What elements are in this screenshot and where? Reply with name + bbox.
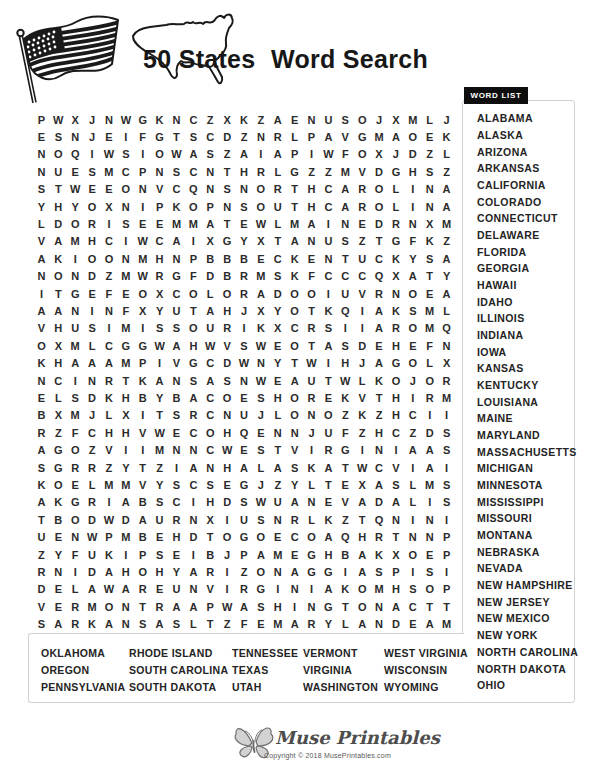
grid-letter-r10c2: O (50, 268, 67, 285)
grid-letter-r24c12: I (219, 511, 236, 528)
grid-letter-r24c6: D (117, 511, 134, 528)
grid-letter-r9c9: N (168, 250, 185, 267)
grid-letter-r6c3: Y (67, 198, 84, 215)
grid-letter-r3c9: W (168, 146, 185, 163)
grid-letter-r16c13: N (236, 372, 253, 389)
grid-letter-r21c21: C (371, 459, 388, 476)
grid-letter-r14c17: T (303, 337, 320, 354)
grid-letter-r6c15: U (269, 198, 286, 215)
grid-letter-r14c8: W (151, 337, 168, 354)
grid-letter-r1c24: L (421, 111, 438, 128)
grid-letter-r4c13: H (236, 163, 253, 180)
grid-letter-r12c8: Y (151, 302, 168, 319)
grid-letter-r22c4: L (84, 476, 101, 493)
grid-letter-r20c13: E (236, 442, 253, 459)
grid-letter-r6c7: I (134, 198, 151, 215)
grid-letter-r23c15: U (269, 494, 286, 511)
grid-letter-r16c6: T (117, 372, 134, 389)
grid-letter-r27c19: I (337, 563, 354, 580)
grid-letter-r29c21: N (371, 598, 388, 615)
grid-letter-r17c11: C (202, 389, 219, 406)
grid-letter-r11c20: V (354, 285, 371, 302)
grid-letter-r18c11: C (202, 407, 219, 424)
grid-letter-r30c25: M (438, 616, 455, 633)
grid-letter-r12c13: J (236, 302, 253, 319)
grid-letter-r18c8: T (151, 407, 168, 424)
grid-letter-r22c17: L (303, 476, 320, 493)
grid-letter-r15c17: W (303, 355, 320, 372)
grid-letter-r15c19: H (337, 355, 354, 372)
grid-letter-r29c13: A (236, 598, 253, 615)
grid-letter-r16c9: N (168, 372, 185, 389)
grid-letter-r16c1: N (33, 372, 50, 389)
grid-letter-r24c20: T (354, 511, 371, 528)
grid-letter-r4c23: H (404, 163, 421, 180)
grid-letter-r6c18: C (320, 198, 337, 215)
grid-letter-r16c15: E (269, 372, 286, 389)
grid-letter-r22c19: E (337, 476, 354, 493)
grid-letter-r11c15: D (269, 285, 286, 302)
grid-letter-r20c21: N (371, 442, 388, 459)
grid-letter-r22c15: Z (269, 476, 286, 493)
grid-letter-r22c7: V (134, 476, 151, 493)
grid-letter-r22c2: O (50, 476, 67, 493)
grid-letter-r7c23: N (404, 215, 421, 232)
page-title-part2: Word Search (271, 45, 428, 74)
grid-letter-r9c23: Y (404, 250, 421, 267)
grid-letter-r1c8: K (151, 111, 168, 128)
grid-letter-r7c24: X (421, 215, 438, 232)
grid-letter-r28c21: M (371, 581, 388, 598)
grid-letter-r26c23: O (404, 546, 421, 563)
grid-letter-r17c24: R (421, 389, 438, 406)
grid-letter-r7c19: N (337, 215, 354, 232)
word-list-item: IOWA (477, 343, 574, 360)
grid-letter-r17c10: A (185, 389, 202, 406)
grid-letter-r22c14: J (252, 476, 269, 493)
grid-letter-r1c16: E (286, 111, 303, 128)
grid-letter-r17c9: B (168, 389, 185, 406)
grid-letter-r22c23: L (404, 476, 421, 493)
grid-letter-r6c12: N (219, 198, 236, 215)
grid-letter-r23c16: A (286, 494, 303, 511)
grid-letter-r12c2: A (50, 302, 67, 319)
grid-letter-r6c6: N (117, 198, 134, 215)
grid-letter-r17c12: O (219, 389, 236, 406)
grid-letter-r12c10: T (185, 302, 202, 319)
grid-letter-r5c2: T (50, 181, 67, 198)
word-list-item: NEW MEXICO (477, 610, 574, 627)
grid-letter-r29c15: H (269, 598, 286, 615)
grid-letter-r11c13: R (236, 285, 253, 302)
grid-letter-r10c23: A (404, 268, 421, 285)
grid-letter-r3c12: Z (219, 146, 236, 163)
grid-letter-r10c3: N (67, 268, 84, 285)
grid-letter-r3c20: O (354, 146, 371, 163)
grid-letter-r5c17: H (303, 181, 320, 198)
bottom-word-column: TENNESSEETEXASUTAH (232, 644, 298, 695)
grid-letter-r25c24: N (421, 529, 438, 546)
grid-letter-r10c16: K (286, 268, 303, 285)
grid-letter-r6c14: O (252, 198, 269, 215)
grid-letter-r1c25: J (438, 111, 455, 128)
grid-letter-r16c17: U (303, 372, 320, 389)
grid-letter-r9c6: N (117, 250, 134, 267)
grid-letter-r19c3: F (67, 424, 84, 441)
grid-letter-r17c3: S (67, 389, 84, 406)
grid-letter-r27c25: I (438, 563, 455, 580)
grid-letter-r13c20: I (354, 320, 371, 337)
grid-letter-r21c15: A (269, 459, 286, 476)
grid-letter-r10c8: R (151, 268, 168, 285)
grid-letter-r25c8: E (151, 529, 168, 546)
grid-letter-r10c7: W (134, 268, 151, 285)
grid-letter-r25c7: B (134, 529, 151, 546)
grid-letter-r14c3: M (67, 337, 84, 354)
grid-letter-r27c15: N (269, 563, 286, 580)
grid-letter-r7c14: W (252, 215, 269, 232)
grid-letter-r17c18: E (320, 389, 337, 406)
grid-letter-r27c23: I (404, 563, 421, 580)
grid-letter-r7c4: R (84, 215, 101, 232)
grid-letter-r14c15: E (269, 337, 286, 354)
word-list-item: CONNECTICUT (477, 210, 574, 227)
grid-letter-r10c20: C (354, 268, 371, 285)
grid-letter-r2c14: N (252, 128, 269, 145)
grid-letter-r5c12: S (219, 181, 236, 198)
grid-letter-r23c2: K (50, 494, 67, 511)
grid-letter-r24c14: S (252, 511, 269, 528)
grid-letter-r26c1: Z (33, 546, 50, 563)
grid-letter-r26c6: I (117, 546, 134, 563)
grid-letter-r1c4: J (84, 111, 101, 128)
grid-letter-r28c20: O (354, 581, 371, 598)
grid-letter-r28c18: A (320, 581, 337, 598)
grid-letter-r4c1: N (33, 163, 50, 180)
grid-letter-r29c5: O (101, 598, 118, 615)
grid-letter-r18c15: L (269, 407, 286, 424)
grid-letter-r4c10: C (185, 163, 202, 180)
grid-letter-r15c12: D (219, 355, 236, 372)
grid-letter-r4c21: D (371, 163, 388, 180)
grid-letter-r16c14: W (252, 372, 269, 389)
grid-letter-r8c22: G (387, 233, 404, 250)
grid-letter-r29c17: N (303, 598, 320, 615)
grid-letter-r8c20: Z (354, 233, 371, 250)
grid-letter-r15c5: A (101, 355, 118, 372)
grid-letter-r16c4: N (84, 372, 101, 389)
grid-letter-r5c5: E (101, 181, 118, 198)
word-list-item: RHODE ISLAND (129, 644, 228, 661)
grid-letter-r1c1: P (33, 111, 50, 128)
grid-letter-r7c21: D (371, 215, 388, 232)
grid-letter-r10c21: Q (371, 268, 388, 285)
grid-letter-r2c25: K (438, 128, 455, 145)
grid-letter-r29c24: T (421, 598, 438, 615)
grid-letter-r2c9: T (168, 128, 185, 145)
word-list-item: WYOMING (384, 678, 468, 695)
grid-letter-r20c20: I (354, 442, 371, 459)
grid-letter-r30c15: M (269, 616, 286, 633)
grid-letter-r16c22: O (387, 372, 404, 389)
grid-letter-r10c14: M (252, 268, 269, 285)
grid-letter-r17c13: E (236, 389, 253, 406)
grid-letter-r13c23: O (404, 320, 421, 337)
grid-letter-r28c7: R (134, 581, 151, 598)
grid-letter-r26c13: P (236, 546, 253, 563)
grid-letter-r3c21: X (371, 146, 388, 163)
grid-letter-r10c1: N (33, 268, 50, 285)
grid-letter-r4c8: N (151, 163, 168, 180)
grid-letter-r12c3: N (67, 302, 84, 319)
grid-letter-r19c16: N (286, 424, 303, 441)
grid-letter-r17c16: O (286, 389, 303, 406)
grid-letter-r19c10: C (185, 424, 202, 441)
grid-letter-r3c19: F (337, 146, 354, 163)
grid-letter-r6c25: A (438, 198, 455, 215)
grid-letter-r28c10: N (185, 581, 202, 598)
grid-letter-r14c13: S (236, 337, 253, 354)
grid-letter-r19c22: C (387, 424, 404, 441)
grid-letter-r27c2: N (50, 563, 67, 580)
grid-letter-r4c2: U (50, 163, 67, 180)
grid-letter-r24c11: X (202, 511, 219, 528)
grid-letter-r3c18: W (320, 146, 337, 163)
grid-letter-r18c25: I (438, 407, 455, 424)
word-list-item: TENNESSEE (232, 644, 298, 661)
grid-letter-r28c8: E (151, 581, 168, 598)
grid-letter-r12c20: I (354, 302, 371, 319)
grid-letter-r10c17: F (303, 268, 320, 285)
word-list-item: INDIANA (477, 327, 574, 344)
grid-letter-r1c22: X (387, 111, 404, 128)
grid-letter-r15c4: A (84, 355, 101, 372)
grid-letter-r28c15: I (269, 581, 286, 598)
grid-letter-r19c21: H (371, 424, 388, 441)
grid-letter-r1c14: Z (252, 111, 269, 128)
grid-letter-r3c2: O (50, 146, 67, 163)
grid-letter-r28c6: A (117, 581, 134, 598)
grid-letter-r21c14: L (252, 459, 269, 476)
grid-letter-r15c7: P (134, 355, 151, 372)
grid-letter-r12c21: A (371, 302, 388, 319)
grid-letter-r20c1: A (33, 442, 50, 459)
grid-letter-r13c18: S (320, 320, 337, 337)
grid-letter-r12c4: I (84, 302, 101, 319)
grid-letter-r1c21: J (371, 111, 388, 128)
grid-letter-r10c18: C (320, 268, 337, 285)
grid-letter-r6c11: P (202, 198, 219, 215)
grid-letter-r26c25: P (438, 546, 455, 563)
grid-letter-r3c7: I (134, 146, 151, 163)
grid-letter-r28c13: R (236, 581, 253, 598)
grid-letter-r29c1: V (33, 598, 50, 615)
grid-letter-r5c23: I (404, 181, 421, 198)
grid-letter-r3c16: P (286, 146, 303, 163)
grid-letter-r15c24: L (421, 355, 438, 372)
grid-letter-r30c14: E (252, 616, 269, 633)
grid-letter-r6c16: T (286, 198, 303, 215)
grid-letter-r26c12: J (219, 546, 236, 563)
grid-letter-r17c2: L (50, 389, 67, 406)
grid-letter-r19c5: H (101, 424, 118, 441)
grid-letter-r20c7: I (134, 442, 151, 459)
grid-letter-r22c18: T (320, 476, 337, 493)
grid-letter-r25c15: E (269, 529, 286, 546)
grid-letter-r13c9: S (168, 320, 185, 337)
grid-letter-r8c1: V (33, 233, 50, 250)
grid-letter-r21c5: Z (101, 459, 118, 476)
grid-letter-r16c12: S (219, 372, 236, 389)
grid-letter-r26c14: A (252, 546, 269, 563)
word-list-item: VERMONT (303, 644, 378, 661)
grid-letter-r4c19: M (337, 163, 354, 180)
grid-letter-r15c22: G (387, 355, 404, 372)
grid-letter-r14c16: O (286, 337, 303, 354)
grid-letter-r14c19: S (337, 337, 354, 354)
grid-letter-r20c6: I (117, 442, 134, 459)
copyright-text: Copyright © 2018 MusePrintables.com (264, 752, 391, 759)
grid-letter-r26c5: K (101, 546, 118, 563)
grid-letter-r15c16: T (286, 355, 303, 372)
grid-letter-r24c8: U (151, 511, 168, 528)
grid-letter-r11c1: I (33, 285, 50, 302)
grid-letter-r23c7: B (134, 494, 151, 511)
grid-letter-r28c24: O (421, 581, 438, 598)
grid-letter-r3c3: Q (67, 146, 84, 163)
grid-letter-r8c17: N (303, 233, 320, 250)
grid-letter-r8c7: W (134, 233, 151, 250)
grid-letter-r11c14: A (252, 285, 269, 302)
grid-letter-r28c5: W (101, 581, 118, 598)
grid-letter-r4c12: T (219, 163, 236, 180)
grid-letter-r11c21: R (371, 285, 388, 302)
grid-letter-r14c6: G (117, 337, 134, 354)
grid-letter-r27c7: O (134, 563, 151, 580)
grid-letter-r8c21: T (371, 233, 388, 250)
grid-letter-r27c4: D (84, 563, 101, 580)
grid-letter-r12c5: N (101, 302, 118, 319)
grid-letter-r25c2: E (50, 529, 67, 546)
grid-letter-r19c6: H (117, 424, 134, 441)
grid-letter-r24c16: R (286, 511, 303, 528)
grid-letter-r18c18: O (320, 407, 337, 424)
grid-letter-r26c15: M (269, 546, 286, 563)
grid-letter-r23c11: H (202, 494, 219, 511)
grid-letter-r5c11: N (202, 181, 219, 198)
grid-letter-r8c4: H (84, 233, 101, 250)
grid-letter-r4c16: G (286, 163, 303, 180)
grid-letter-r1c23: M (404, 111, 421, 128)
grid-letter-r28c9: U (168, 581, 185, 598)
grid-letter-r4c11: N (202, 163, 219, 180)
word-list-item: OREGON (41, 661, 125, 678)
grid-letter-r6c19: A (337, 198, 354, 215)
grid-letter-r2c11: C (202, 128, 219, 145)
grid-letter-r28c22: H (387, 581, 404, 598)
grid-letter-r16c3: I (67, 372, 84, 389)
grid-letter-r14c2: X (50, 337, 67, 354)
grid-letter-r13c3: U (67, 320, 84, 337)
grid-letter-r20c24: A (421, 442, 438, 459)
grid-letter-r9c4: O (84, 250, 101, 267)
grid-letter-r2c2: S (50, 128, 67, 145)
grid-letter-r3c4: I (84, 146, 101, 163)
grid-letter-r7c2: D (50, 215, 67, 232)
grid-letter-r9c2: K (50, 250, 67, 267)
grid-letter-r4c22: G (387, 163, 404, 180)
grid-letter-r12c15: Y (269, 302, 286, 319)
grid-letter-r6c22: L (387, 198, 404, 215)
grid-letter-r26c16: E (286, 546, 303, 563)
grid-letter-r3c22: J (387, 146, 404, 163)
grid-letter-r27c12: I (219, 563, 236, 580)
grid-letter-r14c7: G (134, 337, 151, 354)
grid-letter-r16c18: T (320, 372, 337, 389)
grid-letter-r25c20: H (354, 529, 371, 546)
grid-letter-r25c13: G (236, 529, 253, 546)
grid-letter-r29c11: P (202, 598, 219, 615)
grid-letter-r1c15: A (269, 111, 286, 128)
grid-letter-r23c17: N (303, 494, 320, 511)
grid-letter-r24c1: T (33, 511, 50, 528)
brand-name: Muse Printables (275, 727, 440, 748)
grid-letter-r9c22: K (387, 250, 404, 267)
grid-letter-r24c3: O (67, 511, 84, 528)
grid-letter-r11c11: L (202, 285, 219, 302)
grid-letter-r1c2: W (50, 111, 67, 128)
grid-letter-r22c12: E (219, 476, 236, 493)
word-list-item: OKLAHOMA (41, 644, 125, 661)
grid-letter-r22c20: X (354, 476, 371, 493)
grid-letter-r3c15: A (269, 146, 286, 163)
grid-letter-r29c19: T (337, 598, 354, 615)
grid-letter-r20c4: Z (84, 442, 101, 459)
grid-letter-r9c10: P (185, 250, 202, 267)
grid-letter-r1c7: G (134, 111, 151, 128)
grid-letter-r16c8: A (151, 372, 168, 389)
grid-letter-r22c24: M (421, 476, 438, 493)
grid-letter-r18c20: K (354, 407, 371, 424)
grid-letter-r2c20: G (354, 128, 371, 145)
grid-letter-r26c17: G (303, 546, 320, 563)
grid-letter-r4c20: V (354, 163, 371, 180)
grid-letter-r26c24: E (421, 546, 438, 563)
grid-letter-r5c13: N (236, 181, 253, 198)
grid-letter-r2c19: V (337, 128, 354, 145)
grid-letter-r9c11: B (202, 250, 219, 267)
grid-letter-r26c11: B (202, 546, 219, 563)
grid-letter-r23c25: S (438, 494, 455, 511)
grid-letter-r28c4: A (84, 581, 101, 598)
grid-letter-r8c25: Z (438, 233, 455, 250)
grid-letter-r9c15: C (269, 250, 286, 267)
grid-letter-r5c20: R (354, 181, 371, 198)
grid-letter-r28c25: P (438, 581, 455, 598)
grid-letter-r2c15: R (269, 128, 286, 145)
grid-letter-r30c24: A (421, 616, 438, 633)
grid-letter-r13c10: O (185, 320, 202, 337)
grid-letter-r19c7: V (134, 424, 151, 441)
grid-letter-r11c18: I (320, 285, 337, 302)
grid-letter-r1c11: Z (202, 111, 219, 128)
grid-letter-r18c21: Z (371, 407, 388, 424)
grid-letter-r12c12: H (219, 302, 236, 319)
grid-letter-r1c10: C (185, 111, 202, 128)
grid-letter-r17c23: I (404, 389, 421, 406)
grid-letter-r24c23: I (404, 511, 421, 528)
grid-letter-r13c17: R (303, 320, 320, 337)
